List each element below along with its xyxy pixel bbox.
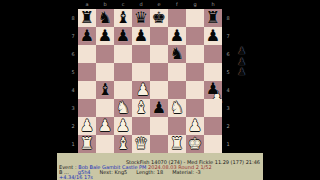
rank-label-left-7: 7 — [69, 27, 77, 45]
piece-white-pawn: ♟ — [114, 117, 132, 135]
file-label-top-g: g — [186, 2, 204, 7]
square-a3 — [78, 99, 96, 117]
square-h7: ♟ — [204, 27, 222, 45]
piece-white-rook: ♜ — [168, 135, 186, 153]
square-g8 — [186, 9, 204, 27]
square-f4 — [168, 81, 186, 99]
file-label-top-f: f — [168, 2, 186, 7]
rank-label-right-6: 6 — [224, 45, 232, 63]
square-g7 — [186, 27, 204, 45]
rank-label-right-5: 5 — [224, 63, 232, 81]
square-f5 — [168, 63, 186, 81]
captured-black-pawn-icon: ♟ — [238, 67, 247, 78]
square-e3: ♟ — [150, 99, 168, 117]
rank-label-right-3: 3 — [224, 99, 232, 117]
square-g1: ♚ — [186, 135, 204, 153]
rank-label-left-3: 3 — [69, 99, 77, 117]
piece-black-pawn: ♟ — [96, 27, 114, 45]
game-info-strip: StockFish 14070 (274) - Med Fickle 11.29… — [57, 153, 263, 180]
rank-label-left-6: 6 — [69, 45, 77, 63]
material-balance: Material: -3 — [172, 170, 201, 175]
piece-white-bishop: ♝ — [132, 99, 150, 117]
piece-white-queen: ♛ — [132, 135, 150, 153]
square-a6 — [78, 45, 96, 63]
square-b6 — [96, 45, 114, 63]
square-a8: ♜ — [78, 9, 96, 27]
square-b3 — [96, 99, 114, 117]
square-e6 — [150, 45, 168, 63]
square-h1 — [204, 135, 222, 153]
piece-black-bishop: ♝ — [114, 9, 132, 27]
square-b7: ♟ — [96, 27, 114, 45]
square-h4: ♟♟ — [204, 81, 222, 99]
file-label-top-a: a — [78, 2, 96, 7]
square-b2: ♟ — [96, 117, 114, 135]
square-a1: ♜ — [78, 135, 96, 153]
game-length: Length: 18 — [136, 170, 163, 175]
square-e7 — [150, 27, 168, 45]
square-a5 — [78, 63, 96, 81]
rank-label-right-2: 2 — [224, 117, 232, 135]
file-label-top-c: c — [114, 2, 132, 7]
piece-black-rook: ♜ — [204, 9, 222, 27]
video-frame: { "game": "chess", "position": { "fen": … — [0, 0, 320, 180]
rank-label-left-2: 2 — [69, 117, 77, 135]
square-f2 — [168, 117, 186, 135]
piece-black-pawn: ♟ — [168, 27, 186, 45]
letterbox-right — [263, 0, 320, 180]
square-g6 — [186, 45, 204, 63]
rank-label-right-7: 7 — [224, 27, 232, 45]
captured-black-pawn-icon: ♟ — [238, 46, 247, 57]
square-d8: ♛ — [132, 9, 150, 27]
square-d2 — [132, 117, 150, 135]
square-g5 — [186, 63, 204, 81]
piece-white-pawn: ♟ — [186, 117, 204, 135]
next-move: Next: Kng5 — [100, 170, 128, 175]
square-e5 — [150, 63, 168, 81]
square-h2 — [204, 117, 222, 135]
piece-black-pawn: ♟ — [204, 80, 222, 98]
piece-white-pawn: ♟ — [78, 117, 96, 135]
piece-black-pawn: ♟ — [114, 27, 132, 45]
square-c1: ♝ — [114, 135, 132, 153]
file-label-top-b: b — [96, 2, 114, 7]
square-f7: ♟ — [168, 27, 186, 45]
square-h3 — [204, 99, 222, 117]
square-c2: ♟ — [114, 117, 132, 135]
chess-board: ♜♞♝♛♚♜♟♟♟♟♟♟♞♝♟♟♟♞♝♟♞♟♟♟♟♜♝♛♜♚ — [78, 9, 222, 153]
rank-label-left-1: 1 — [69, 135, 77, 153]
square-c7: ♟ — [114, 27, 132, 45]
square-c3: ♞ — [114, 99, 132, 117]
square-g3 — [186, 99, 204, 117]
square-e1 — [150, 135, 168, 153]
piece-black-pawn: ♟ — [150, 99, 168, 117]
square-b8: ♞ — [96, 9, 114, 27]
square-b1 — [96, 135, 114, 153]
piece-black-king: ♚ — [150, 9, 168, 27]
square-d3: ♝ — [132, 99, 150, 117]
piece-black-pawn: ♟ — [78, 27, 96, 45]
file-label-top-e: e — [150, 2, 168, 7]
square-a7: ♟ — [78, 27, 96, 45]
piece-white-bishop: ♝ — [114, 135, 132, 153]
square-c4 — [114, 81, 132, 99]
square-c8: ♝ — [114, 9, 132, 27]
square-d6 — [132, 45, 150, 63]
piece-black-pawn: ♟ — [132, 27, 150, 45]
piece-black-pawn: ♟ — [204, 27, 222, 45]
piece-black-knight: ♞ — [168, 45, 186, 63]
piece-black-knight: ♞ — [96, 9, 114, 27]
square-c6 — [114, 45, 132, 63]
square-f1: ♜ — [168, 135, 186, 153]
file-label-top-d: d — [132, 2, 150, 7]
rank-label-left-5: 5 — [69, 63, 77, 81]
square-a4 — [78, 81, 96, 99]
square-b4: ♝ — [96, 81, 114, 99]
piece-black-queen: ♛ — [132, 9, 150, 27]
square-h6 — [204, 45, 222, 63]
rank-label-left-4: 4 — [69, 81, 77, 99]
piece-white-knight: ♞ — [114, 99, 132, 117]
engine-eval: +4.34/16 17s — [59, 175, 93, 180]
rank-label-right-4: 4 — [224, 81, 232, 99]
piece-white-pawn: ♟ — [96, 117, 114, 135]
piece-black-rook: ♜ — [78, 9, 96, 27]
square-d1: ♛ — [132, 135, 150, 153]
square-e8: ♚ — [150, 9, 168, 27]
square-b5 — [96, 63, 114, 81]
piece-white-knight: ♞ — [168, 99, 186, 117]
square-e4 — [150, 81, 168, 99]
rank-label-right-1: 1 — [224, 135, 232, 153]
rank-label-left-8: 8 — [69, 9, 77, 27]
square-e2 — [150, 117, 168, 135]
square-d7: ♟ — [132, 27, 150, 45]
square-d4: ♟ — [132, 81, 150, 99]
piece-black-bishop: ♝ — [96, 81, 114, 99]
piece-white-rook: ♜ — [78, 135, 96, 153]
square-g2: ♟ — [186, 117, 204, 135]
square-f8 — [168, 9, 186, 27]
rank-label-right-8: 8 — [224, 9, 232, 27]
square-g4 — [186, 81, 204, 99]
piece-white-king: ♚ — [186, 135, 204, 153]
square-a2: ♟ — [78, 117, 96, 135]
captured-material-tray: ♟♟♟ — [235, 46, 249, 78]
square-f3: ♞ — [168, 99, 186, 117]
square-d5 — [132, 63, 150, 81]
square-c5 — [114, 63, 132, 81]
square-f6: ♞ — [168, 45, 186, 63]
square-h8: ♜ — [204, 9, 222, 27]
square-h5 — [204, 63, 222, 81]
letterbox-left — [0, 0, 57, 180]
file-label-top-h: h — [204, 2, 222, 7]
